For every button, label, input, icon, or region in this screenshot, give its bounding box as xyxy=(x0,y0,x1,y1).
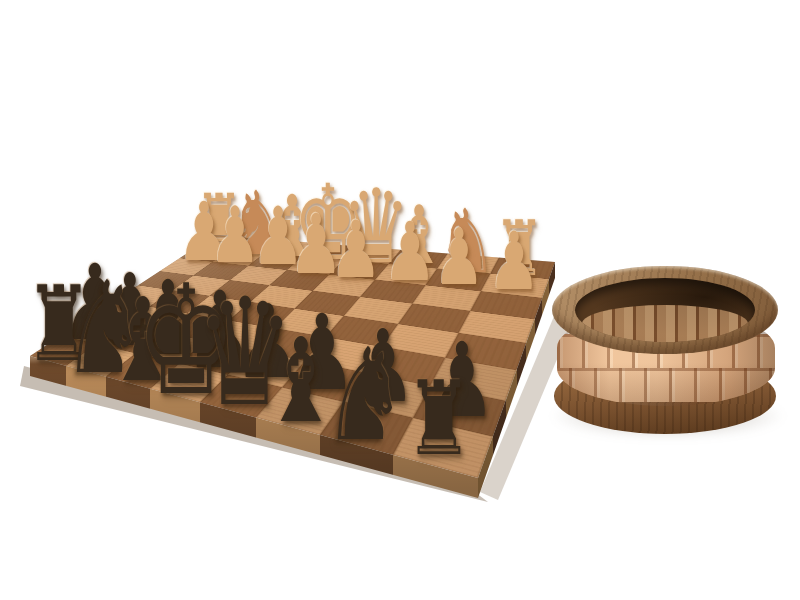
photo-scene: ♜♞♝♚♛♝♞♜♟♟♟♟♟♟♟♟♟♟♟♟♟♟♟♟♜♞♝♚♛♝♞♜ xyxy=(0,0,800,600)
bowl-cavity xyxy=(575,278,755,342)
bowl-rim xyxy=(552,266,778,354)
bowl-inner-weave xyxy=(582,305,748,342)
storage-bowl xyxy=(552,266,780,442)
